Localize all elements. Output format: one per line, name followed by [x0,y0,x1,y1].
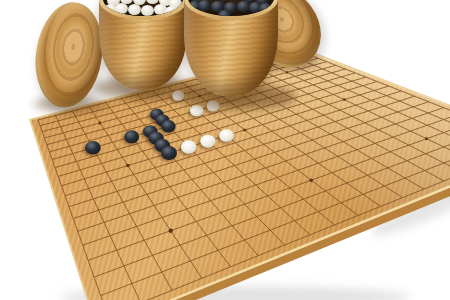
black-stone [161,120,175,132]
bowl-white-stone [128,4,141,15]
white-stone [219,129,234,142]
black-stone [161,146,177,160]
black-stone-bowl [184,0,278,96]
white-stone [181,140,197,153]
bowl-black-stone [198,0,211,11]
white-stone-bowl [99,0,187,90]
bowl-white-stone [141,5,154,16]
black-stone [124,130,139,143]
go-set-photo [0,0,450,300]
black-stone [85,141,101,155]
white-stone [200,135,215,148]
bowl-black-stone [218,10,231,16]
bowl-white-stone [146,0,159,4]
